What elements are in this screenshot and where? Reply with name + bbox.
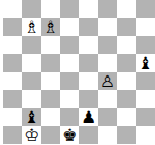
square-b1[interactable]: ♔ (22, 126, 41, 144)
chess-board: ♗♗♝♙♝♟♔♚ (3, 0, 155, 144)
square-g5[interactable] (117, 54, 136, 72)
chess-diagram: ♗♗♝♙♝♟♔♚ (0, 0, 155, 145)
square-a7[interactable] (3, 18, 22, 36)
square-b6[interactable] (22, 36, 41, 54)
square-d5[interactable] (60, 54, 79, 72)
square-f5[interactable] (98, 54, 117, 72)
square-a2[interactable] (3, 108, 22, 126)
square-b8[interactable] (22, 0, 41, 18)
square-h7[interactable] (136, 18, 155, 36)
square-h4[interactable] (136, 72, 155, 90)
square-c8[interactable] (41, 0, 60, 18)
square-d7[interactable] (60, 18, 79, 36)
square-c2[interactable] (41, 108, 60, 126)
square-c7[interactable]: ♗ (41, 18, 60, 36)
square-b7[interactable]: ♗ (22, 18, 41, 36)
square-h3[interactable] (136, 90, 155, 108)
square-h6[interactable] (136, 36, 155, 54)
square-d8[interactable] (60, 0, 79, 18)
square-d4[interactable] (60, 72, 79, 90)
square-f8[interactable] (98, 0, 117, 18)
square-e6[interactable] (79, 36, 98, 54)
black-pawn[interactable]: ♟ (81, 108, 96, 126)
square-g8[interactable] (117, 0, 136, 18)
square-f3[interactable] (98, 90, 117, 108)
square-b2[interactable]: ♝ (22, 108, 41, 126)
square-e1[interactable] (79, 126, 98, 144)
square-a3[interactable] (3, 90, 22, 108)
square-g6[interactable] (117, 36, 136, 54)
square-a8[interactable] (3, 0, 22, 18)
square-d2[interactable] (60, 108, 79, 126)
square-b4[interactable] (22, 72, 41, 90)
square-g4[interactable] (117, 72, 136, 90)
square-h5[interactable]: ♝ (136, 54, 155, 72)
square-c4[interactable] (41, 72, 60, 90)
square-a5[interactable] (3, 54, 22, 72)
square-h8[interactable] (136, 0, 155, 18)
square-c1[interactable] (41, 126, 60, 144)
square-g7[interactable] (117, 18, 136, 36)
black-bishop[interactable]: ♝ (24, 108, 39, 126)
square-e3[interactable] (79, 90, 98, 108)
square-g2[interactable] (117, 108, 136, 126)
square-f6[interactable] (98, 36, 117, 54)
square-a1[interactable] (3, 126, 22, 144)
square-e5[interactable] (79, 54, 98, 72)
square-a4[interactable] (3, 72, 22, 90)
square-e8[interactable] (79, 0, 98, 18)
square-g1[interactable] (117, 126, 136, 144)
square-d1[interactable]: ♚ (60, 126, 79, 144)
white-bishop[interactable]: ♗ (43, 18, 58, 36)
square-f7[interactable] (98, 18, 117, 36)
square-f1[interactable] (98, 126, 117, 144)
white-king[interactable]: ♔ (24, 126, 39, 144)
square-e2[interactable]: ♟ (79, 108, 98, 126)
square-d6[interactable] (60, 36, 79, 54)
square-a6[interactable] (3, 36, 22, 54)
square-h2[interactable] (136, 108, 155, 126)
black-king[interactable]: ♚ (62, 126, 77, 144)
square-c6[interactable] (41, 36, 60, 54)
square-f4[interactable]: ♙ (98, 72, 117, 90)
square-c3[interactable] (41, 90, 60, 108)
black-bishop[interactable]: ♝ (138, 54, 153, 72)
white-bishop[interactable]: ♗ (24, 18, 39, 36)
square-e7[interactable] (79, 18, 98, 36)
square-b5[interactable] (22, 54, 41, 72)
square-c5[interactable] (41, 54, 60, 72)
square-b3[interactable] (22, 90, 41, 108)
white-pawn[interactable]: ♙ (100, 72, 115, 90)
square-f2[interactable] (98, 108, 117, 126)
square-h1[interactable] (136, 126, 155, 144)
square-e4[interactable] (79, 72, 98, 90)
square-d3[interactable] (60, 90, 79, 108)
square-g3[interactable] (117, 90, 136, 108)
